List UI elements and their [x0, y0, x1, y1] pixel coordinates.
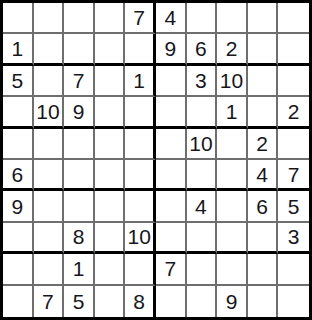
cell-r7c6[interactable] [156, 191, 187, 222]
cell-r6c4[interactable] [95, 160, 126, 191]
cell-r1c5: 7 [125, 3, 156, 34]
cell-r5c4[interactable] [95, 129, 126, 160]
cell-r3c6[interactable] [156, 66, 187, 97]
cell-r3c3: 7 [64, 66, 95, 97]
cell-r6c8[interactable] [217, 160, 248, 191]
cell-r3c5: 1 [125, 66, 156, 97]
cell-r10c5: 8 [125, 286, 156, 317]
cell-r4c8: 1 [217, 97, 248, 128]
cell-r9c5[interactable] [125, 254, 156, 285]
cell-r9c7[interactable] [187, 254, 218, 285]
cell-r8c3: 8 [64, 223, 95, 254]
cell-r2c5[interactable] [125, 34, 156, 65]
cell-r3c1: 5 [3, 66, 34, 97]
cell-r4c2: 10 [34, 97, 65, 128]
cell-r8c7[interactable] [187, 223, 218, 254]
cell-r6c2[interactable] [34, 160, 65, 191]
cell-r7c7: 4 [187, 191, 218, 222]
cell-r10c8: 9 [217, 286, 248, 317]
cell-r10c9[interactable] [248, 286, 279, 317]
cell-r9c4[interactable] [95, 254, 126, 285]
cell-r9c2[interactable] [34, 254, 65, 285]
sudoku-board: 7419625713101091210264794658103177589 [0, 0, 312, 320]
cell-r6c6[interactable] [156, 160, 187, 191]
cell-r6c9: 4 [248, 160, 279, 191]
cell-r1c3[interactable] [64, 3, 95, 34]
cell-r7c1: 9 [3, 191, 34, 222]
cell-r4c5[interactable] [125, 97, 156, 128]
cell-r3c10[interactable] [278, 66, 309, 97]
cell-r8c6[interactable] [156, 223, 187, 254]
cell-r8c5: 10 [125, 223, 156, 254]
cell-r9c6: 7 [156, 254, 187, 285]
cell-r1c6: 4 [156, 3, 187, 34]
cell-r8c1[interactable] [3, 223, 34, 254]
cell-r5c7: 10 [187, 129, 218, 160]
cell-r6c1: 6 [3, 160, 34, 191]
cell-r8c4[interactable] [95, 223, 126, 254]
cell-r6c7[interactable] [187, 160, 218, 191]
cell-r5c10[interactable] [278, 129, 309, 160]
cell-r10c3: 5 [64, 286, 95, 317]
cell-r5c8[interactable] [217, 129, 248, 160]
cell-r9c9[interactable] [248, 254, 279, 285]
cell-r6c3[interactable] [64, 160, 95, 191]
cell-r4c9[interactable] [248, 97, 279, 128]
cell-r4c3: 9 [64, 97, 95, 128]
cell-r8c9[interactable] [248, 223, 279, 254]
cell-r2c6: 9 [156, 34, 187, 65]
cell-r3c8: 10 [217, 66, 248, 97]
cell-r9c10[interactable] [278, 254, 309, 285]
cell-r1c8[interactable] [217, 3, 248, 34]
cell-r2c7: 6 [187, 34, 218, 65]
cell-r1c9[interactable] [248, 3, 279, 34]
cell-r5c5[interactable] [125, 129, 156, 160]
cell-r1c4[interactable] [95, 3, 126, 34]
cell-r2c9[interactable] [248, 34, 279, 65]
cell-r6c10: 7 [278, 160, 309, 191]
cell-r2c10[interactable] [278, 34, 309, 65]
cell-r1c1[interactable] [3, 3, 34, 34]
cell-r4c1[interactable] [3, 97, 34, 128]
cell-r7c8[interactable] [217, 191, 248, 222]
cell-r8c2[interactable] [34, 223, 65, 254]
cell-r1c10[interactable] [278, 3, 309, 34]
cell-r4c4[interactable] [95, 97, 126, 128]
cell-r2c8: 2 [217, 34, 248, 65]
cell-r1c2[interactable] [34, 3, 65, 34]
cell-r10c10[interactable] [278, 286, 309, 317]
cell-r9c1[interactable] [3, 254, 34, 285]
cell-r5c1[interactable] [3, 129, 34, 160]
cell-r5c6[interactable] [156, 129, 187, 160]
cell-r7c9: 6 [248, 191, 279, 222]
cell-r10c7[interactable] [187, 286, 218, 317]
cell-r6c5[interactable] [125, 160, 156, 191]
cell-r3c4[interactable] [95, 66, 126, 97]
cell-r8c10: 3 [278, 223, 309, 254]
cell-r10c2: 7 [34, 286, 65, 317]
cell-r4c6[interactable] [156, 97, 187, 128]
cell-r4c10: 2 [278, 97, 309, 128]
cell-r5c2[interactable] [34, 129, 65, 160]
cell-r4c7[interactable] [187, 97, 218, 128]
cell-r1c7[interactable] [187, 3, 218, 34]
cell-r5c9: 2 [248, 129, 279, 160]
cell-r2c1: 1 [3, 34, 34, 65]
cell-r3c9[interactable] [248, 66, 279, 97]
cell-r3c7: 3 [187, 66, 218, 97]
cell-r2c3[interactable] [64, 34, 95, 65]
cell-r3c2[interactable] [34, 66, 65, 97]
cell-r7c2[interactable] [34, 191, 65, 222]
cell-r2c4[interactable] [95, 34, 126, 65]
cell-r7c5[interactable] [125, 191, 156, 222]
cell-r10c1[interactable] [3, 286, 34, 317]
cell-r9c3: 1 [64, 254, 95, 285]
cell-r10c6[interactable] [156, 286, 187, 317]
cell-r7c3[interactable] [64, 191, 95, 222]
cell-r9c8[interactable] [217, 254, 248, 285]
cell-r2c2[interactable] [34, 34, 65, 65]
cell-r10c4[interactable] [95, 286, 126, 317]
cell-r5c3[interactable] [64, 129, 95, 160]
cell-r7c10: 5 [278, 191, 309, 222]
cell-r7c4[interactable] [95, 191, 126, 222]
cell-r8c8[interactable] [217, 223, 248, 254]
